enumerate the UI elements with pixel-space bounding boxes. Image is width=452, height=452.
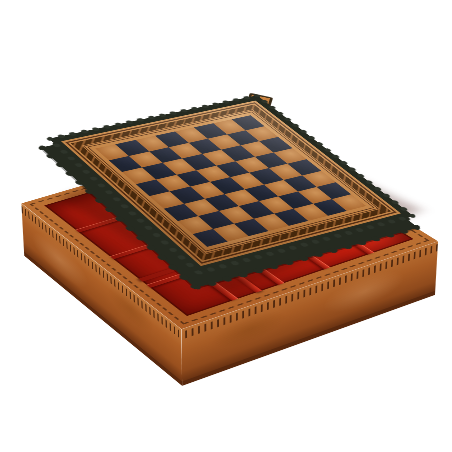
chessboard xyxy=(49,96,414,274)
board-surface xyxy=(49,95,414,273)
product-photo xyxy=(0,0,452,452)
board-layer xyxy=(0,0,452,452)
